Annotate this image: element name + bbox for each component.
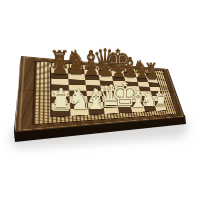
piece-black-pawn-a7[interactable]: ♟	[51, 57, 69, 77]
piece-black-pawn-b7[interactable]: ♟	[68, 59, 85, 78]
product-photo: ♜♞♝♛♚♝♞♜♟♟♟♟♟♟♟♟♟♟♟♟♟♟♟♟♜♞♝♛♚♝♞♜	[0, 0, 200, 200]
piece-white-rook-h1[interactable]: ♜	[153, 92, 168, 109]
piece-black-pawn-c7[interactable]: ♟	[84, 61, 100, 79]
piece-black-pawn-h7[interactable]: ♟	[147, 68, 159, 81]
